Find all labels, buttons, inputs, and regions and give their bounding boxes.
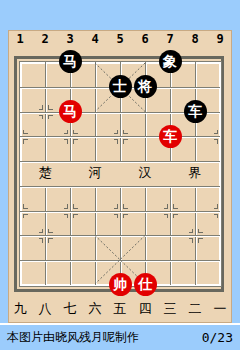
- coord-label: 五: [108, 301, 133, 317]
- piece-black-advisor[interactable]: 士: [109, 75, 132, 98]
- move-counter: 0/23: [202, 330, 233, 345]
- status-bar: 本图片由晓风残月呢制作 0/23: [0, 323, 240, 350]
- coord-label: 六: [83, 301, 108, 317]
- coord-label: 3: [58, 31, 83, 47]
- credit-text: 本图片由晓风残月呢制作: [7, 329, 139, 346]
- piece-black-chariot[interactable]: 车: [184, 100, 207, 123]
- coord-label: 三: [158, 301, 183, 317]
- piece-black-elephant[interactable]: 象: [159, 50, 182, 73]
- coord-label: 8: [183, 31, 208, 47]
- xiangqi-app-window: 1 2 3 4 5 6 7 8 9 楚 河 汉 界 马象士将马车车帅仕 九 八 …: [0, 0, 240, 350]
- coord-label: 6: [133, 31, 158, 47]
- coord-label: 4: [83, 31, 108, 47]
- coord-label: 一: [208, 301, 233, 317]
- file-coordinates-top: 1 2 3 4 5 6 7 8 9: [8, 31, 233, 47]
- pieces-grid: 马象士将马车车帅仕: [8, 50, 233, 298]
- coord-label: 7: [158, 31, 183, 47]
- coord-label: 二: [183, 301, 208, 317]
- coord-label: 四: [133, 301, 158, 317]
- coord-label: 九: [8, 301, 33, 317]
- file-coordinates-bottom: 九 八 七 六 五 四 三 二 一: [8, 301, 233, 317]
- coord-label: 八: [33, 301, 58, 317]
- coord-label: 2: [33, 31, 58, 47]
- piece-red-horse[interactable]: 马: [59, 100, 82, 123]
- piece-red-advisor[interactable]: 仕: [134, 273, 157, 296]
- piece-black-horse[interactable]: 马: [59, 50, 82, 73]
- coord-label: 5: [108, 31, 133, 47]
- piece-red-chariot[interactable]: 车: [159, 125, 182, 148]
- coord-label: 9: [208, 31, 233, 47]
- coord-label: 七: [58, 301, 83, 317]
- piece-red-general[interactable]: 帅: [109, 273, 132, 296]
- piece-black-general[interactable]: 将: [134, 75, 157, 98]
- coord-label: 1: [8, 31, 33, 47]
